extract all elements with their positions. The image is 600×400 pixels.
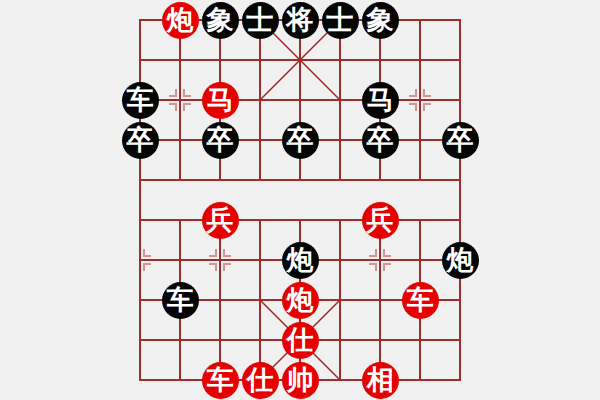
black-pawn[interactable]: 卒	[442, 122, 479, 159]
piece-glyph: 士	[247, 6, 274, 33]
piece-glyph: 车	[407, 286, 434, 313]
piece-glyph: 卒	[447, 126, 474, 153]
red-cannon[interactable]: 炮	[162, 2, 199, 39]
red-elephant[interactable]: 相	[362, 362, 399, 399]
piece-glyph: 仕	[247, 366, 274, 393]
black-pawn[interactable]: 卒	[202, 122, 239, 159]
red-chariot[interactable]: 车	[402, 282, 439, 319]
black-pawn[interactable]: 卒	[282, 122, 319, 159]
red-pawn[interactable]: 兵	[362, 202, 399, 239]
black-advisor[interactable]: 士	[322, 2, 359, 39]
piece-glyph: 卒	[207, 126, 234, 153]
xiangqi-board[interactable]: 炮象士将士象车马马卒卒卒卒卒兵兵炮炮车炮车仕车仕帅相	[0, 0, 600, 400]
piece-glyph: 马	[207, 86, 234, 113]
pieces-layer: 炮象士将士象车马马卒卒卒卒卒兵兵炮炮车炮车仕车仕帅相	[120, 0, 480, 400]
piece-glyph: 炮	[287, 286, 314, 313]
piece-glyph: 车	[167, 286, 194, 313]
piece-glyph: 将	[287, 6, 314, 33]
piece-glyph: 炮	[167, 6, 194, 33]
black-cannon[interactable]: 炮	[282, 242, 319, 279]
piece-glyph: 卒	[287, 126, 314, 153]
piece-glyph: 马	[367, 86, 394, 113]
red-pawn[interactable]: 兵	[202, 202, 239, 239]
black-elephant[interactable]: 象	[202, 2, 239, 39]
black-horse[interactable]: 马	[362, 82, 399, 119]
black-elephant[interactable]: 象	[362, 2, 399, 39]
black-cannon[interactable]: 炮	[442, 242, 479, 279]
black-pawn[interactable]: 卒	[362, 122, 399, 159]
red-chariot[interactable]: 车	[202, 362, 239, 399]
piece-glyph: 相	[367, 366, 394, 393]
piece-glyph: 车	[127, 86, 154, 113]
piece-glyph: 兵	[367, 206, 394, 233]
piece-glyph: 炮	[447, 246, 474, 273]
red-horse[interactable]: 马	[202, 82, 239, 119]
piece-glyph: 帅	[287, 366, 314, 393]
red-advisor[interactable]: 仕	[242, 362, 279, 399]
red-advisor[interactable]: 仕	[282, 322, 319, 359]
piece-glyph: 炮	[287, 246, 314, 273]
piece-glyph: 卒	[367, 126, 394, 153]
red-cannon[interactable]: 炮	[282, 282, 319, 319]
black-general[interactable]: 将	[282, 2, 319, 39]
piece-glyph: 兵	[207, 206, 234, 233]
piece-glyph: 士	[327, 6, 354, 33]
black-chariot[interactable]: 车	[122, 82, 159, 119]
black-pawn[interactable]: 卒	[122, 122, 159, 159]
piece-glyph: 象	[207, 6, 234, 33]
black-advisor[interactable]: 士	[242, 2, 279, 39]
piece-glyph: 仕	[287, 326, 314, 353]
piece-glyph: 卒	[127, 126, 154, 153]
red-general[interactable]: 帅	[282, 362, 319, 399]
piece-glyph: 车	[207, 366, 234, 393]
black-chariot[interactable]: 车	[162, 282, 199, 319]
piece-glyph: 象	[367, 6, 394, 33]
